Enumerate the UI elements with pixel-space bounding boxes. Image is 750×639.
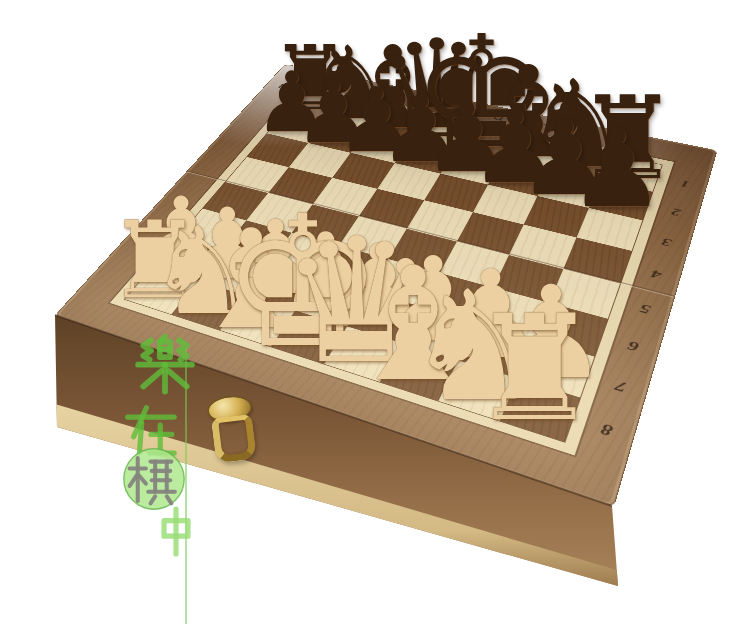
file-label-e: E: [448, 103, 463, 113]
watermark-line: [185, 348, 187, 624]
rank-label-6: 6: [626, 337, 641, 355]
brass-clasp: [204, 394, 259, 461]
watermark-char-中: [150, 505, 202, 557]
rank-label-3: 3: [660, 235, 673, 249]
rank-label-2: 2: [670, 205, 682, 218]
playing-area: [124, 90, 663, 443]
file-label-d: D: [491, 112, 506, 123]
rank-label-5: 5: [638, 300, 652, 316]
rank-label-1: 1: [679, 178, 691, 190]
rank-label-8: 8: [599, 419, 615, 440]
clasp-ring: [210, 414, 256, 464]
file-label-a: A: [633, 140, 647, 152]
rank-label-7: 7: [613, 376, 629, 395]
file-label-f: F: [405, 95, 420, 105]
left-edge-rank-label: 8: [276, 82, 289, 91]
watermark-char-棋: [125, 450, 183, 508]
file-label-g: G: [364, 87, 380, 97]
chess-board: HGFEDCBA123456788: [54, 64, 718, 508]
product-photo-stage: HGFEDCBA123456788 ♜♞♝♛♚♝♞♜♟♟♟♟♟♟♟♟♟♟♟♟♟♟: [0, 0, 750, 639]
file-label-c: C: [537, 121, 552, 132]
file-label-b: B: [584, 131, 599, 142]
rank-label-4: 4: [650, 266, 664, 281]
watermark-char-在: [122, 402, 180, 460]
file-label-h: H: [324, 79, 340, 89]
